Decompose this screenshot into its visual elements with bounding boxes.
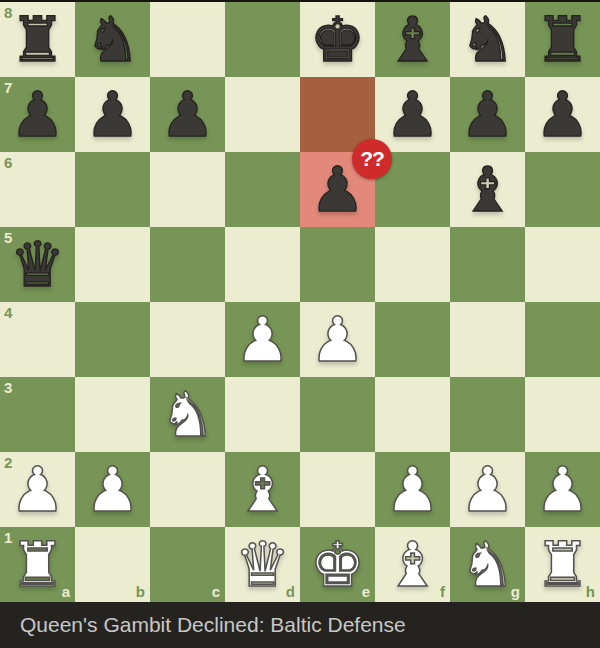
square-e1[interactable]: e♚ — [300, 527, 375, 602]
square-g6[interactable]: ♝ — [450, 152, 525, 227]
square-e3[interactable] — [300, 377, 375, 452]
square-a1[interactable]: 1a♜ — [0, 527, 75, 602]
piece-white-pawn[interactable]: ♟ — [300, 302, 375, 377]
square-a7[interactable]: 7♟ — [0, 77, 75, 152]
square-f8[interactable]: ♝ — [375, 2, 450, 77]
square-b8[interactable]: ♞ — [75, 2, 150, 77]
square-c8[interactable] — [150, 2, 225, 77]
square-g4[interactable] — [450, 302, 525, 377]
square-a3[interactable]: 3 — [0, 377, 75, 452]
square-f2[interactable]: ♟ — [375, 452, 450, 527]
piece-black-queen[interactable]: ♛ — [0, 227, 75, 302]
file-label-c: c — [212, 583, 220, 600]
square-h3[interactable] — [525, 377, 600, 452]
square-d4[interactable]: ♟ — [225, 302, 300, 377]
piece-white-knight[interactable]: ♞ — [150, 377, 225, 452]
square-f5[interactable] — [375, 227, 450, 302]
square-g1[interactable]: g♞ — [450, 527, 525, 602]
square-e6[interactable]: ♟?? — [300, 152, 375, 227]
square-d8[interactable] — [225, 2, 300, 77]
blunder-badge: ?? — [352, 139, 392, 179]
piece-white-pawn[interactable]: ♟ — [525, 452, 600, 527]
square-d5[interactable] — [225, 227, 300, 302]
piece-black-pawn[interactable]: ♟ — [375, 77, 450, 152]
square-c1[interactable]: c — [150, 527, 225, 602]
piece-white-pawn[interactable]: ♟ — [225, 302, 300, 377]
piece-black-rook[interactable]: ♜ — [0, 2, 75, 77]
file-label-b: b — [136, 583, 145, 600]
piece-black-rook[interactable]: ♜ — [525, 2, 600, 77]
piece-black-king[interactable]: ♚ — [300, 2, 375, 77]
piece-black-bishop[interactable]: ♝ — [450, 152, 525, 227]
square-e4[interactable]: ♟ — [300, 302, 375, 377]
piece-white-rook[interactable]: ♜ — [525, 527, 600, 602]
rank-label-3: 3 — [4, 379, 12, 396]
piece-white-bishop[interactable]: ♝ — [225, 452, 300, 527]
piece-white-bishop[interactable]: ♝ — [375, 527, 450, 602]
chess-board: 8♜♞♚♝♞♜7♟♟♟♟♟♟6♟??♝5♛4♟♟3♞2♟♟♝♟♟♟1a♜bcd♛… — [0, 2, 600, 602]
rank-label-4: 4 — [4, 304, 12, 321]
square-e5[interactable] — [300, 227, 375, 302]
square-b7[interactable]: ♟ — [75, 77, 150, 152]
piece-white-king[interactable]: ♚ — [300, 527, 375, 602]
piece-black-knight[interactable]: ♞ — [450, 2, 525, 77]
square-b4[interactable] — [75, 302, 150, 377]
piece-white-pawn[interactable]: ♟ — [75, 452, 150, 527]
opening-name: Queen's Gambit Declined: Baltic Defense — [20, 613, 406, 637]
piece-white-knight[interactable]: ♞ — [450, 527, 525, 602]
square-b2[interactable]: ♟ — [75, 452, 150, 527]
square-c2[interactable] — [150, 452, 225, 527]
square-g2[interactable]: ♟ — [450, 452, 525, 527]
square-a2[interactable]: 2♟ — [0, 452, 75, 527]
square-h7[interactable]: ♟ — [525, 77, 600, 152]
rank-label-6: 6 — [4, 154, 12, 171]
square-c6[interactable] — [150, 152, 225, 227]
square-c5[interactable] — [150, 227, 225, 302]
square-f4[interactable] — [375, 302, 450, 377]
caption-bar: Queen's Gambit Declined: Baltic Defense — [0, 602, 600, 648]
piece-black-pawn[interactable]: ♟ — [150, 77, 225, 152]
square-b1[interactable]: b — [75, 527, 150, 602]
piece-white-pawn[interactable]: ♟ — [375, 452, 450, 527]
square-f7[interactable]: ♟ — [375, 77, 450, 152]
square-d3[interactable] — [225, 377, 300, 452]
square-b3[interactable] — [75, 377, 150, 452]
piece-black-knight[interactable]: ♞ — [75, 2, 150, 77]
square-g5[interactable] — [450, 227, 525, 302]
square-g8[interactable]: ♞ — [450, 2, 525, 77]
square-b6[interactable] — [75, 152, 150, 227]
square-a6[interactable]: 6 — [0, 152, 75, 227]
square-c4[interactable] — [150, 302, 225, 377]
piece-black-pawn[interactable]: ♟ — [75, 77, 150, 152]
square-c7[interactable]: ♟ — [150, 77, 225, 152]
square-h1[interactable]: h♜ — [525, 527, 600, 602]
square-h5[interactable] — [525, 227, 600, 302]
piece-black-bishop[interactable]: ♝ — [375, 2, 450, 77]
square-f3[interactable] — [375, 377, 450, 452]
square-d6[interactable] — [225, 152, 300, 227]
piece-black-pawn[interactable]: ♟ — [0, 77, 75, 152]
square-h6[interactable] — [525, 152, 600, 227]
square-h2[interactable]: ♟ — [525, 452, 600, 527]
square-g3[interactable] — [450, 377, 525, 452]
square-h4[interactable] — [525, 302, 600, 377]
piece-black-pawn[interactable]: ♟ — [450, 77, 525, 152]
piece-black-pawn[interactable]: ♟ — [525, 77, 600, 152]
piece-white-queen[interactable]: ♛ — [225, 527, 300, 602]
square-a5[interactable]: 5♛ — [0, 227, 75, 302]
square-a8[interactable]: 8♜ — [0, 2, 75, 77]
square-a4[interactable]: 4 — [0, 302, 75, 377]
square-h8[interactable]: ♜ — [525, 2, 600, 77]
square-d1[interactable]: d♛ — [225, 527, 300, 602]
square-d2[interactable]: ♝ — [225, 452, 300, 527]
square-d7[interactable] — [225, 77, 300, 152]
square-f1[interactable]: f♝ — [375, 527, 450, 602]
square-e8[interactable]: ♚ — [300, 2, 375, 77]
piece-white-pawn[interactable]: ♟ — [0, 452, 75, 527]
square-b5[interactable] — [75, 227, 150, 302]
piece-white-pawn[interactable]: ♟ — [450, 452, 525, 527]
square-c3[interactable]: ♞ — [150, 377, 225, 452]
square-e2[interactable] — [300, 452, 375, 527]
piece-white-rook[interactable]: ♜ — [0, 527, 75, 602]
square-g7[interactable]: ♟ — [450, 77, 525, 152]
